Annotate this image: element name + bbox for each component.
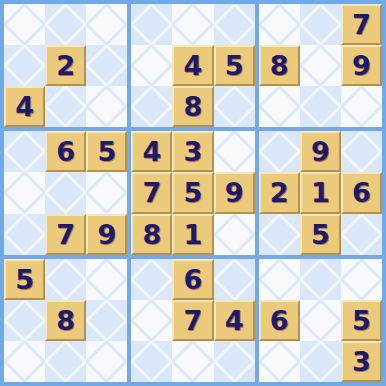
cell-r9c2[interactable] bbox=[45, 341, 86, 382]
cell-r2c3[interactable] bbox=[86, 45, 127, 86]
given-cell-r3c5: 8 bbox=[172, 86, 213, 127]
cell-r4c1[interactable] bbox=[4, 131, 45, 172]
cell-r1c4[interactable] bbox=[131, 4, 172, 45]
cell-r3c4[interactable] bbox=[131, 86, 172, 127]
cell-r3c3[interactable] bbox=[86, 86, 127, 127]
given-cell-r2c5: 4 bbox=[172, 45, 213, 86]
cell-r2c8[interactable] bbox=[300, 45, 341, 86]
given-cell-r6c5: 1 bbox=[172, 214, 213, 255]
cell-r7c8[interactable] bbox=[300, 259, 341, 300]
given-cell-r2c2: 2 bbox=[45, 45, 86, 86]
cell-r3c9[interactable] bbox=[341, 86, 382, 127]
cell-r7c3[interactable] bbox=[86, 259, 127, 300]
cell-r1c1[interactable] bbox=[4, 4, 45, 45]
cell-r3c6[interactable] bbox=[214, 86, 255, 127]
given-cell-r2c6: 5 bbox=[214, 45, 255, 86]
given-cell-r5c6: 9 bbox=[214, 172, 255, 213]
given-cell-r6c8: 5 bbox=[300, 214, 341, 255]
cell-r7c4[interactable] bbox=[131, 259, 172, 300]
given-cell-r5c7: 2 bbox=[259, 172, 300, 213]
cell-r1c8[interactable] bbox=[300, 4, 341, 45]
given-cell-r9c9: 3 bbox=[341, 341, 382, 382]
cell-r1c6[interactable] bbox=[214, 4, 255, 45]
cell-r5c3[interactable] bbox=[86, 172, 127, 213]
given-cell-r7c1: 5 bbox=[4, 259, 45, 300]
given-cell-r8c6: 4 bbox=[214, 300, 255, 341]
given-cell-r6c4: 8 bbox=[131, 214, 172, 255]
given-cell-r6c2: 7 bbox=[45, 214, 86, 255]
cell-r1c3[interactable] bbox=[86, 4, 127, 45]
given-cell-r3c1: 4 bbox=[4, 86, 45, 127]
given-cell-r5c8: 1 bbox=[300, 172, 341, 213]
given-cell-r8c5: 7 bbox=[172, 300, 213, 341]
cell-r9c4[interactable] bbox=[131, 341, 172, 382]
block-2-3: 92165 bbox=[259, 131, 382, 254]
block-2-1: 6579 bbox=[4, 131, 127, 254]
given-cell-r5c4: 7 bbox=[131, 172, 172, 213]
cell-r6c1[interactable] bbox=[4, 214, 45, 255]
cell-r6c7[interactable] bbox=[259, 214, 300, 255]
cell-r9c3[interactable] bbox=[86, 341, 127, 382]
given-cell-r8c9: 5 bbox=[341, 300, 382, 341]
block-3-2: 674 bbox=[131, 259, 254, 382]
given-cell-r4c4: 4 bbox=[131, 131, 172, 172]
cell-r7c7[interactable] bbox=[259, 259, 300, 300]
cell-r4c9[interactable] bbox=[341, 131, 382, 172]
cell-r6c6[interactable] bbox=[214, 214, 255, 255]
cell-r7c2[interactable] bbox=[45, 259, 86, 300]
block-2-2: 4375981 bbox=[131, 131, 254, 254]
block-3-1: 58 bbox=[4, 259, 127, 382]
cell-r3c7[interactable] bbox=[259, 86, 300, 127]
given-cell-r1c9: 7 bbox=[341, 4, 382, 45]
given-cell-r2c9: 9 bbox=[341, 45, 382, 86]
cell-r8c4[interactable] bbox=[131, 300, 172, 341]
sudoku-board: 24458789657943759819216558674653 bbox=[0, 0, 386, 386]
block-3-3: 653 bbox=[259, 259, 382, 382]
cell-r7c6[interactable] bbox=[214, 259, 255, 300]
given-cell-r4c8: 9 bbox=[300, 131, 341, 172]
cell-r3c2[interactable] bbox=[45, 86, 86, 127]
cell-r4c7[interactable] bbox=[259, 131, 300, 172]
cell-r3c8[interactable] bbox=[300, 86, 341, 127]
sudoku-grid: 24458789657943759819216558674653 bbox=[4, 4, 382, 382]
cell-r8c1[interactable] bbox=[4, 300, 45, 341]
cell-r9c6[interactable] bbox=[214, 341, 255, 382]
given-cell-r2c7: 8 bbox=[259, 45, 300, 86]
cell-r9c5[interactable] bbox=[172, 341, 213, 382]
given-cell-r4c3: 5 bbox=[86, 131, 127, 172]
cell-r8c8[interactable] bbox=[300, 300, 341, 341]
cell-r1c2[interactable] bbox=[45, 4, 86, 45]
cell-r1c5[interactable] bbox=[172, 4, 213, 45]
cell-r5c1[interactable] bbox=[4, 172, 45, 213]
given-cell-r5c9: 6 bbox=[341, 172, 382, 213]
given-cell-r8c7: 6 bbox=[259, 300, 300, 341]
cell-r9c7[interactable] bbox=[259, 341, 300, 382]
cell-r4c6[interactable] bbox=[214, 131, 255, 172]
cell-r7c9[interactable] bbox=[341, 259, 382, 300]
given-cell-r6c3: 9 bbox=[86, 214, 127, 255]
cell-r1c7[interactable] bbox=[259, 4, 300, 45]
given-cell-r4c2: 6 bbox=[45, 131, 86, 172]
given-cell-r5c5: 5 bbox=[172, 172, 213, 213]
given-cell-r4c5: 3 bbox=[172, 131, 213, 172]
block-1-2: 458 bbox=[131, 4, 254, 127]
cell-r8c3[interactable] bbox=[86, 300, 127, 341]
cell-r5c2[interactable] bbox=[45, 172, 86, 213]
block-1-1: 24 bbox=[4, 4, 127, 127]
given-cell-r7c5: 6 bbox=[172, 259, 213, 300]
cell-r2c4[interactable] bbox=[131, 45, 172, 86]
cell-r2c1[interactable] bbox=[4, 45, 45, 86]
cell-r6c9[interactable] bbox=[341, 214, 382, 255]
block-1-3: 789 bbox=[259, 4, 382, 127]
cell-r9c8[interactable] bbox=[300, 341, 341, 382]
cell-r9c1[interactable] bbox=[4, 341, 45, 382]
given-cell-r8c2: 8 bbox=[45, 300, 86, 341]
